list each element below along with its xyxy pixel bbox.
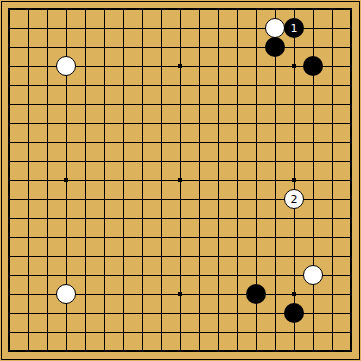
board-grid-layer: 12 — [0, 0, 361, 361]
move-number-label: 2 — [291, 194, 298, 205]
stone-white-numbered: 2 — [284, 189, 304, 209]
go-board: 12 — [0, 0, 361, 361]
star-point — [178, 64, 182, 68]
star-point — [292, 178, 296, 182]
stone-white — [56, 56, 76, 76]
star-point — [178, 178, 182, 182]
star-point — [178, 292, 182, 296]
stone-white — [265, 18, 285, 38]
move-number-label: 1 — [291, 23, 298, 34]
star-point — [64, 178, 68, 182]
star-point — [292, 292, 296, 296]
stone-white — [56, 284, 76, 304]
stone-white — [303, 265, 323, 285]
star-point — [292, 64, 296, 68]
stone-black-numbered: 1 — [284, 18, 304, 38]
stone-black — [246, 284, 266, 304]
stone-black — [284, 303, 304, 323]
stone-black — [265, 37, 285, 57]
stone-black — [303, 56, 323, 76]
